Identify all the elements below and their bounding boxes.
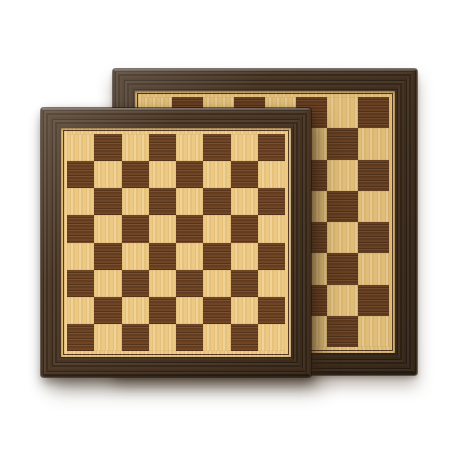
front-board-square-a1 (67, 324, 94, 351)
front-board-square-e4 (176, 243, 203, 270)
front-board-square-e8 (176, 134, 203, 161)
back-board-square-h7 (358, 128, 389, 159)
back-board-square-g6 (327, 160, 358, 191)
front-board-square-h7 (258, 161, 285, 188)
front-board-square-a8 (67, 134, 94, 161)
front-board-square-d4 (149, 243, 176, 270)
front-board-square-b1 (94, 324, 121, 351)
front-board-square-g2 (231, 297, 258, 324)
front-board-square-c8 (122, 134, 149, 161)
back-board-square-h5 (358, 191, 389, 222)
front-board-square-e1 (176, 324, 203, 351)
back-board-square-h8 (358, 97, 389, 128)
front-board-square-d7 (149, 161, 176, 188)
front-board-square-c2 (122, 297, 149, 324)
back-frame-right-rail (395, 69, 417, 375)
front-board-square-h2 (258, 297, 285, 324)
back-board-square-h3 (358, 253, 389, 284)
product-photo-scene (0, 0, 460, 460)
front-board-square-d6 (149, 188, 176, 215)
front-board-square-b7 (94, 161, 121, 188)
back-board-square-g7 (327, 128, 358, 159)
front-board-square-c1 (122, 324, 149, 351)
front-board-square-h6 (258, 188, 285, 215)
back-board-square-h6 (358, 160, 389, 191)
front-board-square-c5 (122, 215, 149, 242)
back-board-square-g1 (327, 316, 358, 347)
front-board-square-g8 (231, 134, 258, 161)
front-board-square-f2 (203, 297, 230, 324)
front-board-square-d8 (149, 134, 176, 161)
front-board-square-g1 (231, 324, 258, 351)
front-board-square-f5 (203, 215, 230, 242)
front-board-square-b3 (94, 270, 121, 297)
front-board-square-h5 (258, 215, 285, 242)
back-board-square-g2 (327, 285, 358, 316)
front-board-square-d3 (149, 270, 176, 297)
front-board-square-h1 (258, 324, 285, 351)
front-board-square-g7 (231, 161, 258, 188)
front-board-square-g4 (231, 243, 258, 270)
front-board-square-d1 (149, 324, 176, 351)
front-board-surface (61, 128, 291, 357)
front-board-square-a7 (67, 161, 94, 188)
front-board-square-a6 (67, 188, 94, 215)
front-board-square-e7 (176, 161, 203, 188)
front-board-square-a3 (67, 270, 94, 297)
front-board-square-g3 (231, 270, 258, 297)
front-board-square-e5 (176, 215, 203, 242)
front-board-square-h8 (258, 134, 285, 161)
front-frame-left-rail (41, 108, 61, 377)
front-board-square-g6 (231, 188, 258, 215)
front-frame-right-rail (291, 108, 311, 377)
back-board-square-g8 (327, 97, 358, 128)
front-board-square-c4 (122, 243, 149, 270)
front-board-square-f6 (203, 188, 230, 215)
front-board-square-h4 (258, 243, 285, 270)
front-board-square-f7 (203, 161, 230, 188)
front-board-square-a2 (67, 297, 94, 324)
front-board-square-c6 (122, 188, 149, 215)
front-board-square-e6 (176, 188, 203, 215)
front-board-square-d2 (149, 297, 176, 324)
front-chessboard (41, 108, 311, 377)
front-board-square-f1 (203, 324, 230, 351)
front-board-square-d5 (149, 215, 176, 242)
front-board-square-b5 (94, 215, 121, 242)
back-board-square-g3 (327, 253, 358, 284)
front-board-grid (67, 134, 285, 351)
back-board-square-g5 (327, 191, 358, 222)
front-board-square-f8 (203, 134, 230, 161)
front-board-square-b4 (94, 243, 121, 270)
front-board-square-e2 (176, 297, 203, 324)
front-board-square-e3 (176, 270, 203, 297)
front-board-square-b8 (94, 134, 121, 161)
back-board-square-h4 (358, 222, 389, 253)
front-board-square-f4 (203, 243, 230, 270)
front-board-square-c7 (122, 161, 149, 188)
front-board-square-f3 (203, 270, 230, 297)
front-board-square-c3 (122, 270, 149, 297)
front-board-square-h3 (258, 270, 285, 297)
front-board-square-b2 (94, 297, 121, 324)
front-board-square-a5 (67, 215, 94, 242)
back-board-square-h2 (358, 285, 389, 316)
front-board-square-g5 (231, 215, 258, 242)
back-board-square-h1 (358, 316, 389, 347)
front-board-square-a4 (67, 243, 94, 270)
back-board-square-g4 (327, 222, 358, 253)
front-board-square-b6 (94, 188, 121, 215)
